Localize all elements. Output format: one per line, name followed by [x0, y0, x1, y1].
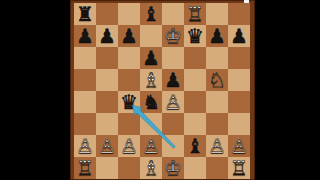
- piece-black-bishop[interactable]: ♝: [184, 135, 206, 157]
- square-e1[interactable]: ♔: [162, 157, 184, 179]
- square-h4[interactable]: [228, 91, 250, 113]
- piece-white-pawn[interactable]: ♙: [140, 135, 162, 157]
- square-h6[interactable]: [228, 47, 250, 69]
- square-e3[interactable]: [162, 113, 184, 135]
- piece-white-bishop[interactable]: ♗: [140, 157, 162, 179]
- piece-white-pawn[interactable]: ♙: [206, 135, 228, 157]
- piece-white-king[interactable]: ♔: [162, 157, 184, 179]
- square-a4[interactable]: [74, 91, 96, 113]
- piece-white-knight[interactable]: ♘: [206, 69, 228, 91]
- square-d2[interactable]: ♙: [140, 135, 162, 157]
- square-a3[interactable]: [74, 113, 96, 135]
- square-a8[interactable]: ♜: [74, 3, 96, 25]
- square-a1[interactable]: ♖: [74, 157, 96, 179]
- square-d5[interactable]: ♗: [140, 69, 162, 91]
- piece-black-pawn[interactable]: ♟: [74, 25, 96, 47]
- square-c1[interactable]: [118, 157, 140, 179]
- square-d6[interactable]: ♟: [140, 47, 162, 69]
- square-h2[interactable]: ♙: [228, 135, 250, 157]
- piece-black-queen[interactable]: ♛: [184, 25, 206, 47]
- piece-black-pawn[interactable]: ♟: [206, 25, 228, 47]
- square-d4[interactable]: ♞: [140, 91, 162, 113]
- letterbox-right: [255, 0, 320, 180]
- square-d8[interactable]: ♝: [140, 3, 162, 25]
- square-f5[interactable]: [184, 69, 206, 91]
- square-c5[interactable]: [118, 69, 140, 91]
- square-f2[interactable]: ♝: [184, 135, 206, 157]
- piece-white-bishop[interactable]: ♗: [140, 69, 162, 91]
- square-c7[interactable]: ♟: [118, 25, 140, 47]
- square-c4[interactable]: ♛: [118, 91, 140, 113]
- square-f1[interactable]: [184, 157, 206, 179]
- square-e5[interactable]: ♟: [162, 69, 184, 91]
- square-e7[interactable]: ♔: [162, 25, 184, 47]
- square-e6[interactable]: [162, 47, 184, 69]
- square-a6[interactable]: [74, 47, 96, 69]
- piece-white-pawn[interactable]: ♙: [96, 135, 118, 157]
- piece-black-pawn[interactable]: ♟: [118, 25, 140, 47]
- square-c2[interactable]: ♙: [118, 135, 140, 157]
- square-b3[interactable]: [96, 113, 118, 135]
- chess-board-frame: ♜♝♖♟♟♟♔♛♟♟♟♗♟♘♛♞♙♙♙♙♙♝♙♙♖♗♔♖: [70, 0, 255, 180]
- frame-highlight-mark: [244, 0, 249, 3]
- square-b8[interactable]: [96, 3, 118, 25]
- piece-black-pawn[interactable]: ♟: [96, 25, 118, 47]
- square-c8[interactable]: [118, 3, 140, 25]
- square-f7[interactable]: ♛: [184, 25, 206, 47]
- piece-white-rook[interactable]: ♖: [228, 157, 250, 179]
- square-g2[interactable]: ♙: [206, 135, 228, 157]
- square-b2[interactable]: ♙: [96, 135, 118, 157]
- square-g4[interactable]: [206, 91, 228, 113]
- square-f4[interactable]: [184, 91, 206, 113]
- square-c3[interactable]: [118, 113, 140, 135]
- square-g5[interactable]: ♘: [206, 69, 228, 91]
- square-h8[interactable]: [228, 3, 250, 25]
- chess-board[interactable]: ♜♝♖♟♟♟♔♛♟♟♟♗♟♘♛♞♙♙♙♙♙♝♙♙♖♗♔♖: [74, 3, 250, 179]
- square-a2[interactable]: ♙: [74, 135, 96, 157]
- square-d3[interactable]: [140, 113, 162, 135]
- square-b4[interactable]: [96, 91, 118, 113]
- letterbox-left: [0, 0, 70, 180]
- square-g1[interactable]: [206, 157, 228, 179]
- thumbnail-stage: ♜♝♖♟♟♟♔♛♟♟♟♗♟♘♛♞♙♙♙♙♙♝♙♙♖♗♔♖: [0, 0, 320, 180]
- square-g3[interactable]: [206, 113, 228, 135]
- square-b6[interactable]: [96, 47, 118, 69]
- square-h5[interactable]: [228, 69, 250, 91]
- square-f8[interactable]: ♖: [184, 3, 206, 25]
- square-d7[interactable]: [140, 25, 162, 47]
- piece-black-bishop[interactable]: ♝: [140, 3, 162, 25]
- square-f6[interactable]: [184, 47, 206, 69]
- square-b5[interactable]: [96, 69, 118, 91]
- square-g7[interactable]: ♟: [206, 25, 228, 47]
- square-a5[interactable]: [74, 69, 96, 91]
- piece-white-pawn[interactable]: ♙: [74, 135, 96, 157]
- piece-black-pawn[interactable]: ♟: [162, 69, 184, 91]
- piece-black-knight[interactable]: ♞: [140, 91, 162, 113]
- piece-white-pawn[interactable]: ♙: [118, 135, 140, 157]
- square-b7[interactable]: ♟: [96, 25, 118, 47]
- square-e8[interactable]: [162, 3, 184, 25]
- square-f3[interactable]: [184, 113, 206, 135]
- piece-white-pawn[interactable]: ♙: [162, 91, 184, 113]
- piece-white-rook[interactable]: ♖: [74, 157, 96, 179]
- piece-black-rook[interactable]: ♜: [74, 3, 96, 25]
- square-d1[interactable]: ♗: [140, 157, 162, 179]
- square-e4[interactable]: ♙: [162, 91, 184, 113]
- piece-black-pawn[interactable]: ♟: [228, 25, 250, 47]
- piece-black-queen[interactable]: ♛: [118, 91, 140, 113]
- square-b1[interactable]: [96, 157, 118, 179]
- square-e2[interactable]: [162, 135, 184, 157]
- piece-white-king[interactable]: ♔: [162, 25, 184, 47]
- square-h1[interactable]: ♖: [228, 157, 250, 179]
- square-h7[interactable]: ♟: [228, 25, 250, 47]
- square-g6[interactable]: [206, 47, 228, 69]
- square-a7[interactable]: ♟: [74, 25, 96, 47]
- square-g8[interactable]: [206, 3, 228, 25]
- square-h3[interactable]: [228, 113, 250, 135]
- piece-white-pawn[interactable]: ♙: [228, 135, 250, 157]
- piece-black-pawn[interactable]: ♟: [140, 47, 162, 69]
- piece-white-rook[interactable]: ♖: [184, 3, 206, 25]
- square-c6[interactable]: [118, 47, 140, 69]
